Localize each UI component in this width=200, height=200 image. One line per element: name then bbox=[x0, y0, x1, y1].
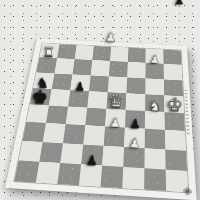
square-f8 bbox=[128, 48, 146, 63]
square-c2 bbox=[60, 143, 83, 164]
square-g8: ♟ bbox=[146, 49, 164, 64]
square-c3 bbox=[63, 124, 85, 144]
square-h1 bbox=[166, 169, 188, 192]
square-f7 bbox=[127, 62, 146, 78]
square-e4: ♟ bbox=[105, 109, 126, 128]
board-grid: ♜♟♞♟♚♛♞♚♟♟♟♟ bbox=[14, 43, 188, 192]
board-photo: ♜♟♞♟♚♛♞♚♟♟♟♟ ◈ ♝♟ bbox=[0, 0, 200, 200]
square-h3 bbox=[165, 130, 186, 150]
square-g1 bbox=[144, 168, 166, 191]
square-d1 bbox=[79, 164, 102, 187]
square-h5: ♚ bbox=[164, 95, 184, 113]
square-e2 bbox=[102, 145, 124, 166]
square-g7 bbox=[145, 63, 163, 79]
square-g4 bbox=[145, 111, 165, 130]
square-e1 bbox=[101, 165, 124, 188]
square-f1 bbox=[122, 167, 144, 190]
square-b1 bbox=[36, 162, 60, 184]
square-b2 bbox=[39, 142, 63, 163]
square-a1 bbox=[14, 160, 39, 182]
square-f6 bbox=[126, 77, 145, 94]
square-d4 bbox=[85, 108, 106, 127]
square-d2: ♟ bbox=[81, 144, 104, 165]
chess-board: ♜♟♞♟♚♛♞♚♟♟♟♟ ◈ ♝♟ bbox=[5, 39, 197, 200]
square-b5 bbox=[49, 89, 70, 107]
square-b8 bbox=[57, 44, 77, 59]
square-e7 bbox=[109, 61, 128, 77]
square-d3 bbox=[83, 125, 105, 145]
square-c7 bbox=[73, 59, 93, 75]
square-h4 bbox=[165, 112, 185, 131]
square-h6 bbox=[164, 79, 183, 96]
square-c4 bbox=[66, 107, 88, 126]
square-h7 bbox=[164, 64, 183, 80]
square-c5 bbox=[68, 90, 89, 108]
square-b3 bbox=[43, 123, 66, 143]
square-c6: ♟ bbox=[70, 74, 90, 91]
square-g5: ♞ bbox=[145, 94, 164, 112]
square-g2 bbox=[144, 148, 165, 169]
illegible-vertical-text bbox=[185, 90, 190, 135]
square-d5 bbox=[87, 91, 107, 109]
square-d7 bbox=[91, 60, 110, 76]
square-b6 bbox=[52, 73, 73, 90]
square-c1 bbox=[57, 163, 81, 185]
square-e8 bbox=[110, 47, 128, 62]
square-e5: ♛ bbox=[106, 92, 126, 110]
square-f3: ♟ bbox=[124, 128, 145, 148]
square-d8 bbox=[92, 46, 111, 61]
square-e3 bbox=[104, 127, 125, 147]
square-h2 bbox=[165, 149, 187, 171]
square-e6 bbox=[108, 76, 127, 93]
square-b7 bbox=[54, 58, 74, 74]
square-g6 bbox=[145, 78, 164, 95]
square-f2 bbox=[123, 147, 144, 168]
square-f5 bbox=[126, 93, 146, 111]
square-g3 bbox=[145, 129, 166, 149]
square-b4 bbox=[46, 106, 68, 125]
square-f4: ♟ bbox=[125, 110, 145, 129]
square-h8 bbox=[163, 50, 181, 65]
square-d6 bbox=[89, 75, 109, 92]
square-c8 bbox=[75, 45, 94, 60]
